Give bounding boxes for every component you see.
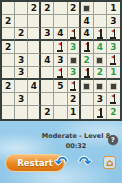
cell-r7c4[interactable] bbox=[41, 80, 54, 93]
flag-icon bbox=[109, 94, 117, 104]
app-window: 22212432344234334323321245323212 Moderat… bbox=[0, 0, 122, 183]
cell-r2c8[interactable] bbox=[94, 15, 107, 28]
cell-r4c4[interactable] bbox=[41, 41, 54, 54]
clue-number: 1 bbox=[110, 4, 116, 13]
cell-r5c3[interactable] bbox=[28, 54, 41, 67]
cell-r3c2[interactable]: 2 bbox=[15, 28, 28, 41]
cell-r8c2[interactable]: 3 bbox=[15, 93, 28, 106]
help-button[interactable]: ? bbox=[108, 135, 118, 145]
cell-r4c5[interactable] bbox=[54, 41, 67, 54]
clue-number: 4 bbox=[57, 29, 63, 38]
cell-r1c5[interactable] bbox=[54, 2, 67, 15]
cell-r7c6[interactable] bbox=[68, 80, 81, 93]
cell-r9c6[interactable]: 1 bbox=[68, 106, 81, 119]
cell-r1c8[interactable] bbox=[94, 2, 107, 15]
clue-number: 2 bbox=[5, 43, 11, 52]
clue-number: 3 bbox=[44, 29, 50, 38]
cell-r8c3[interactable] bbox=[28, 93, 41, 106]
clue-number: 5 bbox=[57, 82, 63, 91]
flag-icon bbox=[96, 108, 104, 118]
cell-r2c2[interactable] bbox=[15, 15, 28, 28]
minesweeper-board: 22212432344234334323321245323212 bbox=[0, 0, 122, 121]
covered-cell-icon bbox=[83, 5, 90, 12]
cell-r4c8[interactable]: 4 bbox=[94, 41, 107, 54]
cell-r7c5[interactable]: 5 bbox=[54, 80, 67, 93]
cell-r9c8[interactable] bbox=[94, 106, 107, 119]
cell-r6c2[interactable]: 3 bbox=[15, 67, 28, 80]
cell-r9c9[interactable]: 2 bbox=[107, 106, 120, 119]
cell-r3c9[interactable] bbox=[107, 28, 120, 41]
cell-r8c4[interactable] bbox=[41, 93, 54, 106]
clue-number: 4 bbox=[84, 29, 90, 38]
covered-cell-icon bbox=[110, 83, 117, 90]
cell-r1c9[interactable]: 1 bbox=[107, 2, 120, 15]
cell-r2c9[interactable]: 3 bbox=[107, 15, 120, 28]
cell-r8c5[interactable] bbox=[54, 93, 67, 106]
timer: 00:32 bbox=[28, 142, 122, 150]
cell-r8c6[interactable]: 2 bbox=[68, 93, 81, 106]
clue-number: 2 bbox=[44, 4, 50, 13]
cell-r3c6[interactable] bbox=[68, 28, 81, 41]
cell-r6c5[interactable] bbox=[54, 67, 67, 80]
cell-r2c3[interactable] bbox=[28, 15, 41, 28]
cell-r3c8[interactable] bbox=[94, 28, 107, 41]
cell-r2c4[interactable] bbox=[41, 15, 54, 28]
cell-r6c6[interactable]: 3 bbox=[68, 67, 81, 80]
cell-r8c1[interactable] bbox=[2, 93, 15, 106]
cell-r5c7[interactable]: 2 bbox=[81, 54, 94, 67]
cell-r1c3[interactable]: 2 bbox=[28, 2, 41, 15]
cell-r7c8[interactable] bbox=[94, 80, 107, 93]
cell-r8c8[interactable]: 3 bbox=[94, 93, 107, 106]
player-number: 2 bbox=[110, 108, 116, 117]
cell-r6c1[interactable] bbox=[2, 67, 15, 80]
undo-icon[interactable]: ↶ bbox=[52, 153, 70, 171]
cell-r4c6[interactable]: 3 bbox=[68, 41, 81, 54]
player-number: 3 bbox=[70, 68, 76, 77]
cell-r5c2[interactable]: 3 bbox=[15, 54, 28, 67]
cell-r9c2[interactable] bbox=[15, 106, 28, 119]
cell-r9c4[interactable]: 2 bbox=[41, 106, 54, 119]
cell-r4c9[interactable]: 3 bbox=[107, 41, 120, 54]
cell-r7c3[interactable]: 4 bbox=[28, 80, 41, 93]
covered-cell-icon bbox=[96, 57, 103, 64]
clue-number: 4 bbox=[44, 56, 50, 65]
player-number: 3 bbox=[70, 43, 76, 52]
clue-number: 3 bbox=[110, 17, 116, 26]
flag-icon bbox=[83, 68, 91, 78]
covered-cell-icon bbox=[70, 57, 77, 64]
cell-r6c9[interactable]: 1 bbox=[107, 67, 120, 80]
flag-icon bbox=[69, 81, 77, 91]
cell-r1c2[interactable] bbox=[15, 2, 28, 15]
flag-icon bbox=[69, 29, 77, 39]
clue-number: 3 bbox=[18, 95, 24, 104]
cell-r9c3[interactable] bbox=[28, 106, 41, 119]
cell-r5c8[interactable] bbox=[94, 54, 107, 67]
cell-r6c7[interactable] bbox=[81, 67, 94, 80]
flag-icon bbox=[109, 55, 117, 65]
cell-r7c1[interactable]: 2 bbox=[2, 80, 15, 93]
cell-r9c1[interactable] bbox=[2, 106, 15, 119]
cell-r2c6[interactable] bbox=[68, 15, 81, 28]
flag-icon bbox=[56, 68, 64, 78]
cell-r5c5[interactable]: 3 bbox=[54, 54, 67, 67]
cell-r4c2[interactable] bbox=[15, 41, 28, 54]
cell-r6c8[interactable]: 2 bbox=[94, 67, 107, 80]
cell-r2c5[interactable] bbox=[54, 15, 67, 28]
covered-cell-icon bbox=[96, 83, 103, 90]
cell-r9c5[interactable] bbox=[54, 106, 67, 119]
flag-icon bbox=[96, 29, 104, 39]
cell-r4c3[interactable] bbox=[28, 41, 41, 54]
player-number: 4 bbox=[97, 43, 103, 52]
clue-number: 2 bbox=[44, 108, 50, 117]
player-number: 2 bbox=[84, 56, 90, 65]
player-number: 1 bbox=[110, 68, 116, 77]
cell-r3c5[interactable]: 4 bbox=[54, 28, 67, 41]
redo-icon[interactable]: ↷ bbox=[76, 153, 94, 171]
cell-r7c7[interactable] bbox=[81, 80, 94, 93]
clue-number: 2 bbox=[18, 29, 24, 38]
cell-r4c1[interactable]: 2 bbox=[2, 41, 15, 54]
cell-r2c1[interactable]: 2 bbox=[2, 15, 15, 28]
cell-r5c9[interactable] bbox=[107, 54, 120, 67]
clue-number: 4 bbox=[31, 82, 37, 91]
cell-r9c7[interactable] bbox=[81, 106, 94, 119]
cell-r6c4[interactable] bbox=[41, 67, 54, 80]
flag-icon bbox=[56, 42, 64, 52]
clue-number: 2 bbox=[5, 17, 11, 26]
clue-number: 2 bbox=[5, 82, 11, 91]
cell-r3c3[interactable] bbox=[28, 28, 41, 41]
player-number: 2 bbox=[97, 68, 103, 77]
clue-number: 2 bbox=[70, 4, 76, 13]
player-number: 3 bbox=[110, 43, 116, 52]
cell-r2c7[interactable]: 4 bbox=[81, 15, 94, 28]
cell-r7c2[interactable] bbox=[15, 80, 28, 93]
cell-r5c4[interactable]: 4 bbox=[41, 54, 54, 67]
clue-number: 3 bbox=[18, 56, 24, 65]
clue-number: 1 bbox=[70, 108, 76, 117]
cell-r1c4[interactable]: 2 bbox=[41, 2, 54, 15]
cell-r8c7[interactable] bbox=[81, 93, 94, 106]
covered-cell-icon bbox=[83, 83, 90, 90]
cell-r6c3[interactable] bbox=[28, 67, 41, 80]
home-icon[interactable]: ⌂ bbox=[103, 156, 116, 169]
clue-number: 2 bbox=[70, 95, 76, 104]
clue-number: 4 bbox=[84, 17, 90, 26]
clue-number: 3 bbox=[97, 95, 103, 104]
cell-r4c7[interactable] bbox=[81, 41, 94, 54]
cell-r7c9[interactable] bbox=[107, 80, 120, 93]
clue-number: 3 bbox=[57, 56, 63, 65]
cell-r1c1[interactable] bbox=[2, 2, 15, 15]
cell-r1c7[interactable] bbox=[81, 2, 94, 15]
flag-icon bbox=[109, 29, 117, 39]
cell-r1c6[interactable]: 2 bbox=[68, 2, 81, 15]
flag-icon bbox=[83, 42, 91, 52]
cell-r5c1[interactable] bbox=[2, 54, 15, 67]
clue-number: 2 bbox=[31, 4, 37, 13]
cell-r3c4[interactable]: 3 bbox=[41, 28, 54, 41]
clue-number: 3 bbox=[18, 68, 24, 77]
cell-r8c9[interactable] bbox=[107, 93, 120, 106]
cell-r3c1[interactable] bbox=[2, 28, 15, 41]
cell-r3c7[interactable]: 4 bbox=[81, 28, 94, 41]
cell-r5c6[interactable] bbox=[68, 54, 81, 67]
